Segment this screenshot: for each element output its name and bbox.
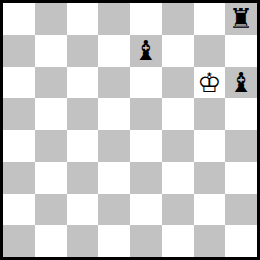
square-f2[interactable]: [162, 194, 194, 226]
black-bishop-icon[interactable]: ♝: [229, 69, 253, 96]
square-g8[interactable]: [194, 3, 226, 35]
square-h6[interactable]: ♝: [225, 67, 257, 99]
square-d7[interactable]: [98, 35, 130, 67]
square-c6[interactable]: [67, 67, 99, 99]
square-a6[interactable]: [3, 67, 35, 99]
square-c2[interactable]: [67, 194, 99, 226]
square-g3[interactable]: [194, 162, 226, 194]
square-e2[interactable]: [130, 194, 162, 226]
square-c5[interactable]: [67, 98, 99, 130]
square-f4[interactable]: [162, 130, 194, 162]
square-g5[interactable]: [194, 98, 226, 130]
square-d1[interactable]: [98, 225, 130, 257]
square-b2[interactable]: [35, 194, 67, 226]
square-d8[interactable]: [98, 3, 130, 35]
chess-board-frame: ♜♝♔♝: [0, 0, 260, 260]
square-d6[interactable]: [98, 67, 130, 99]
square-c4[interactable]: [67, 130, 99, 162]
square-h5[interactable]: [225, 98, 257, 130]
square-d4[interactable]: [98, 130, 130, 162]
square-c8[interactable]: [67, 3, 99, 35]
square-e7[interactable]: ♝: [130, 35, 162, 67]
square-h7[interactable]: [225, 35, 257, 67]
square-e1[interactable]: [130, 225, 162, 257]
square-a3[interactable]: [3, 162, 35, 194]
square-h2[interactable]: [225, 194, 257, 226]
square-f7[interactable]: [162, 35, 194, 67]
square-e6[interactable]: [130, 67, 162, 99]
square-f3[interactable]: [162, 162, 194, 194]
square-c7[interactable]: [67, 35, 99, 67]
square-b3[interactable]: [35, 162, 67, 194]
square-g4[interactable]: [194, 130, 226, 162]
square-g7[interactable]: [194, 35, 226, 67]
square-f1[interactable]: [162, 225, 194, 257]
square-b7[interactable]: [35, 35, 67, 67]
square-a4[interactable]: [3, 130, 35, 162]
square-c1[interactable]: [67, 225, 99, 257]
square-g2[interactable]: [194, 194, 226, 226]
square-g6[interactable]: ♔: [194, 67, 226, 99]
square-a5[interactable]: [3, 98, 35, 130]
square-g1[interactable]: [194, 225, 226, 257]
square-d5[interactable]: [98, 98, 130, 130]
square-b6[interactable]: [35, 67, 67, 99]
square-c3[interactable]: [67, 162, 99, 194]
white-king-icon[interactable]: ♔: [197, 69, 221, 96]
square-e3[interactable]: [130, 162, 162, 194]
square-e5[interactable]: [130, 98, 162, 130]
square-e8[interactable]: [130, 3, 162, 35]
black-rook-icon[interactable]: ♜: [229, 5, 253, 32]
square-f8[interactable]: [162, 3, 194, 35]
square-b4[interactable]: [35, 130, 67, 162]
square-d3[interactable]: [98, 162, 130, 194]
square-f6[interactable]: [162, 67, 194, 99]
chess-board: ♜♝♔♝: [3, 3, 257, 257]
square-a2[interactable]: [3, 194, 35, 226]
black-bishop-icon[interactable]: ♝: [134, 37, 158, 64]
square-e4[interactable]: [130, 130, 162, 162]
square-a1[interactable]: [3, 225, 35, 257]
square-h4[interactable]: [225, 130, 257, 162]
square-a7[interactable]: [3, 35, 35, 67]
square-a8[interactable]: [3, 3, 35, 35]
square-b1[interactable]: [35, 225, 67, 257]
square-h3[interactable]: [225, 162, 257, 194]
square-h1[interactable]: [225, 225, 257, 257]
square-h8[interactable]: ♜: [225, 3, 257, 35]
square-f5[interactable]: [162, 98, 194, 130]
square-b5[interactable]: [35, 98, 67, 130]
square-d2[interactable]: [98, 194, 130, 226]
square-b8[interactable]: [35, 3, 67, 35]
